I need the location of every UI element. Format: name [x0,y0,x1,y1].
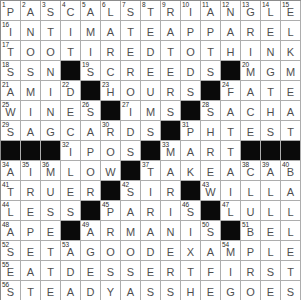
clue-number-30: 30 [102,121,109,128]
cell-r7c4[interactable]: C [61,121,81,141]
cell-letter: A [27,127,34,140]
cell-letter: H [207,127,215,140]
cell-r13c9[interactable]: E [161,241,181,261]
cell-r1c14[interactable]: 14L [261,1,281,21]
cell-r15c4[interactable]: A [61,281,81,300]
cell-r6c9[interactable]: S [161,101,181,121]
cell-letter: F [207,267,214,280]
cell-r2c10[interactable]: P [181,21,201,41]
cell-letter: O [246,287,255,300]
cell-r1c15[interactable]: 15E [281,1,301,21]
cell-r6c5[interactable]: 26S [81,101,101,121]
cell-r7c12[interactable]: T [221,121,241,141]
cell-r4c2[interactable]: S [21,61,41,81]
cell-letter: T [147,167,154,180]
cell-r11c15[interactable]: L [281,201,301,221]
cell-r3c10[interactable]: O [181,41,201,61]
cell-r13c10[interactable]: X [181,241,201,261]
cell-r14c13[interactable]: R [241,261,261,281]
cell-r4c7[interactable]: R [121,61,141,81]
cell-r12c15[interactable]: L [281,221,301,241]
cell-letter: S [267,127,274,140]
cell-r8c7[interactable]: S [121,141,141,161]
cell-r7c8[interactable]: S [141,121,161,141]
cell-r4c13[interactable]: 20M [241,61,261,81]
cell-r11c7[interactable]: A [121,201,141,221]
cell-r2c14[interactable]: E [261,21,281,41]
cell-r3c7[interactable]: E [121,41,141,61]
cell-r3c12[interactable]: H [221,41,241,61]
cell-letter: L [267,247,273,260]
cell-r9c2[interactable]: 35I [21,161,41,181]
cell-r10c11[interactable]: 43W [201,181,221,201]
cell-r4c14[interactable]: G [261,61,281,81]
cell-letter: S [127,267,134,280]
cell-letter: S [7,247,14,260]
cell-r1c7[interactable]: 7S [121,1,141,21]
cell-r11c4[interactable]: S [61,201,81,221]
cell-letter: I [189,227,192,240]
cell-r1c2[interactable]: 2A [21,1,41,21]
cell-r5c12[interactable]: 24F [221,81,241,101]
cell-letter: R [107,47,115,60]
cell-r9c3[interactable]: 36M [41,161,61,181]
cell-r14c14[interactable]: S [261,261,281,281]
cell-letter: G [86,247,95,260]
clue-number-9: 9 [162,1,166,8]
cell-r3c1[interactable]: 17T [1,41,21,61]
clue-number-45: 45 [102,201,109,208]
clue-number-28: 28 [202,101,209,108]
cell-r15c2[interactable]: T [21,281,41,300]
cell-r9c4[interactable]: L [61,161,81,181]
cell-r15c7[interactable]: A [121,281,141,300]
cell-r9c11[interactable]: E [201,161,221,181]
cell-r2c13[interactable]: R [241,21,261,41]
clue-number-51: 51 [242,221,249,228]
cell-r12c1[interactable]: 48A [1,221,21,241]
black-cell-r10c6 [101,181,121,201]
cell-letter: A [267,167,274,180]
cell-letter: I [49,87,52,100]
cell-r7c11[interactable]: H [201,121,221,141]
cell-r13c4[interactable]: 53A [61,241,81,261]
cell-r2c8[interactable]: E [141,21,161,41]
clue-number-41: 41 [2,181,9,188]
cell-r5c2[interactable]: M [21,81,41,101]
cell-letter: G [46,127,55,140]
cell-r12c10[interactable]: I [181,221,201,241]
cell-r14c2[interactable]: A [21,261,41,281]
cell-r6c14[interactable]: H [261,101,281,121]
cell-r5c13[interactable]: A [241,81,261,101]
cell-r12c11[interactable]: 50S [201,221,221,241]
cell-r5c8[interactable]: U [141,81,161,101]
cell-r15c9[interactable]: S [161,281,181,300]
cell-r3c8[interactable]: D [141,41,161,61]
cell-r10c4[interactable]: E [61,181,81,201]
cell-r12c14[interactable]: E [261,221,281,241]
cell-r15c12[interactable]: G [221,281,241,300]
cell-letter: N [27,27,35,40]
cell-letter: T [47,27,54,40]
cell-letter: E [67,107,74,120]
cell-letter: O [26,47,35,60]
cell-r1c1[interactable]: 1P [1,1,21,21]
cell-r14c3[interactable]: T [41,261,61,281]
cell-r9c15[interactable]: 40B [281,161,301,181]
cell-r4c5[interactable]: 19S [81,61,101,81]
cell-r5c4[interactable]: 22D [61,81,81,101]
cell-r4c6[interactable]: C [101,61,121,81]
clue-number-18: 18 [2,61,9,68]
cell-r7c3[interactable]: G [41,121,61,141]
cell-r7c2[interactable]: A [21,121,41,141]
cell-r13c13[interactable]: P [241,241,261,261]
cell-r4c3[interactable]: N [41,61,61,81]
clue-number-54: 54 [222,241,229,248]
cell-r6c11[interactable]: 28S [201,101,221,121]
cell-r6c3[interactable]: N [41,101,61,121]
cell-r1c8[interactable]: 8T [141,1,161,21]
black-cell-r8c2 [21,141,41,161]
cell-r11c12[interactable]: 47L [221,201,241,221]
clue-number-34: 34 [2,161,9,168]
cell-r7c7[interactable]: D [121,121,141,141]
cell-r1c12[interactable]: 12N [221,1,241,21]
cell-r10c5[interactable]: R [81,181,101,201]
cell-r3c9[interactable]: T [161,41,181,61]
cell-r15c1[interactable]: 56S [1,281,21,300]
clue-number-33: 33 [162,141,169,148]
cell-letter: S [47,7,54,20]
cell-r3c3[interactable]: O [41,41,61,61]
cell-r10c9[interactable]: R [161,181,181,201]
cell-r1c11[interactable]: 11A [201,1,221,21]
cell-r11c9[interactable]: I [161,201,181,221]
black-cell-r11c5 [81,201,101,221]
cell-letter: L [287,227,293,240]
cell-r14c1[interactable]: 55E [1,261,21,281]
cell-letter: W [205,187,215,200]
cell-letter: C [67,7,75,20]
cell-r9c5[interactable]: O [81,161,101,181]
cell-r12c9[interactable]: N [161,221,181,241]
cell-r14c15[interactable]: T [281,261,301,281]
cell-letter: S [87,67,94,80]
clue-number-6: 6 [102,1,106,8]
cell-r4c8[interactable]: E [141,61,161,81]
black-cell-r5c5 [81,81,101,101]
cell-letter: P [7,7,14,20]
cell-r3c11[interactable]: T [201,41,221,61]
clue-number-20: 20 [242,61,249,68]
cell-r1c3[interactable]: 3S [41,1,61,21]
cell-letter: H [187,287,195,300]
cell-letter: E [7,267,14,280]
cell-letter: E [267,287,274,300]
cell-r14c9[interactable]: R [161,261,181,281]
cell-r1c4[interactable]: 4C [61,1,81,21]
cell-r6c8[interactable]: M [141,101,161,121]
clue-number-13: 13 [242,1,249,8]
cell-letter: L [287,207,293,220]
cell-letter: S [207,67,214,80]
cell-r12c7[interactable]: M [121,221,141,241]
cell-r10c2[interactable]: R [21,181,41,201]
black-cell-r7c9 [161,121,181,141]
cell-letter: E [87,267,94,280]
cell-r3c5[interactable]: I [81,41,101,61]
cell-r7c14[interactable]: S [261,121,281,141]
cell-r4c1[interactable]: 18S [1,61,21,81]
cell-letter: K [287,47,294,60]
cell-r10c13[interactable]: L [241,181,261,201]
cell-r14c11[interactable]: F [201,261,221,281]
cell-r13c7[interactable]: O [121,241,141,261]
cell-r15c14[interactable]: E [261,281,281,300]
cell-letter: Y [107,287,114,300]
cell-r2c11[interactable]: P [201,21,221,41]
cell-letter: H [267,107,275,120]
cell-r3c4[interactable]: T [61,41,81,61]
cell-r12c13[interactable]: 51B [241,221,261,241]
cell-letter: O [106,247,115,260]
cell-r9c8[interactable]: 37T [141,161,161,181]
cell-r10c15[interactable]: A [281,181,301,201]
cell-letter: P [187,27,194,40]
cell-r1c13[interactable]: 13G [241,1,261,21]
cell-r4c15[interactable]: M [281,61,301,81]
cell-letter: E [287,87,294,100]
cell-letter: I [169,207,172,220]
cell-letter: O [126,247,135,260]
cell-r11c1[interactable]: 44L [1,201,21,221]
cell-letter: T [47,247,54,260]
cell-letter: S [7,67,14,80]
cell-r9c12[interactable]: A [221,161,241,181]
cell-r12c5[interactable]: 49A [81,221,101,241]
cell-r9c1[interactable]: 34A [1,161,21,181]
cell-letter: A [7,87,14,100]
cell-r14c8[interactable]: E [141,261,161,281]
cell-r11c3[interactable]: S [41,201,61,221]
cell-r1c9[interactable]: 9R [161,1,181,21]
cell-letter: U [147,87,155,100]
cell-letter: I [229,187,232,200]
cell-letter: E [27,207,34,220]
cell-r3c2[interactable]: O [21,41,41,61]
cell-letter: S [267,267,274,280]
cell-r2c5[interactable]: M [81,21,101,41]
cell-r5c9[interactable]: R [161,81,181,101]
cell-r14c5[interactable]: E [81,261,101,281]
cell-r15c13[interactable]: O [241,281,261,300]
cell-r4c10[interactable]: D [181,61,201,81]
cell-letter: M [126,227,135,240]
cell-r13c8[interactable]: D [141,241,161,261]
cell-r13c15[interactable]: E [281,241,301,261]
cell-r8c5[interactable]: P [81,141,101,161]
cell-letter: O [126,87,135,100]
cell-r9c13[interactable]: 38C [241,161,261,181]
cell-r7c5[interactable]: A [81,121,101,141]
cell-letter: T [227,127,234,140]
cell-r13c12[interactable]: 54M [221,241,241,261]
cell-r11c14[interactable]: L [261,201,281,221]
cell-r8c4[interactable]: 32I [61,141,81,161]
clue-number-12: 12 [222,1,229,8]
cell-r14c6[interactable]: S [101,261,121,281]
clue-number-56: 56 [2,281,9,288]
cell-r12c2[interactable]: P [21,221,41,241]
cell-letter: R [247,27,255,40]
cell-r6c13[interactable]: C [241,101,261,121]
cell-r11c8[interactable]: R [141,201,161,221]
clue-number-53: 53 [62,241,69,248]
cell-r1c6[interactable]: 6L [101,1,121,21]
cell-r8c12[interactable]: T [221,141,241,161]
cell-r7c6[interactable]: 30R [101,121,121,141]
cell-r7c1[interactable]: 29S [1,121,21,141]
cell-r7c13[interactable]: E [241,121,261,141]
cell-r2c1[interactable]: 16I [1,21,21,41]
cell-r11c2[interactable]: E [21,201,41,221]
cell-r12c6[interactable]: R [101,221,121,241]
cell-r13c5[interactable]: G [81,241,101,261]
clue-number-55: 55 [2,261,9,268]
cell-r2c4[interactable]: I [61,21,81,41]
cell-r12c3[interactable]: E [41,221,61,241]
cell-r8c10[interactable]: A [181,141,201,161]
cell-r5c10[interactable]: S [181,81,201,101]
cell-letter: S [127,147,134,160]
cell-r5c15[interactable]: E [281,81,301,101]
cell-letter: S [187,87,194,100]
cell-r3c14[interactable]: N [261,41,281,61]
cell-r9c9[interactable]: A [161,161,181,181]
clue-number-22: 22 [62,81,69,88]
cell-r11c13[interactable]: U [241,201,261,221]
cell-r13c11[interactable]: A [201,241,221,261]
clue-number-49: 49 [82,221,89,228]
cell-r14c10[interactable]: T [181,261,201,281]
clue-number-29: 29 [2,121,9,128]
clue-number-26: 26 [82,101,89,108]
cell-r3c13[interactable]: I [241,41,261,61]
cell-letter: T [27,287,34,300]
cell-r4c11[interactable]: S [201,61,221,81]
cell-r11c6[interactable]: 45P [101,201,121,221]
cell-r13c1[interactable]: 52S [1,241,21,261]
crossword-grid: 1P2A3S4C5A6L7S8T9R10I11A12N13G14L15E16IN… [0,0,301,300]
cell-r1c5[interactable]: 5A [81,1,101,21]
cell-r6c4[interactable]: E [61,101,81,121]
cell-r9c10[interactable]: K [181,161,201,181]
cell-letter: E [27,247,34,260]
cell-r15c6[interactable]: Y [101,281,121,300]
cell-r14c7[interactable]: S [121,261,141,281]
cell-r10c1[interactable]: 41T [1,181,21,201]
cell-letter: A [167,167,174,180]
cell-r6c15[interactable]: A [281,101,301,121]
cell-letter: E [287,7,294,20]
cell-r10c14[interactable]: L [261,181,281,201]
cell-r2c7[interactable]: T [121,21,141,41]
cell-r10c12[interactable]: I [221,181,241,201]
cell-r2c12[interactable]: A [221,21,241,41]
cell-letter: I [189,7,192,20]
cell-r13c6[interactable]: O [101,241,121,261]
cell-r7c15[interactable]: T [281,121,301,141]
cell-r2c6[interactable]: A [101,21,121,41]
cell-r14c12[interactable]: I [221,261,241,281]
cell-r5c1[interactable]: 21A [1,81,21,101]
cell-r7c10[interactable]: 31P [181,121,201,141]
cell-r4c9[interactable]: E [161,61,181,81]
cell-r14c4[interactable]: D [61,261,81,281]
cell-r2c9[interactable]: A [161,21,181,41]
cell-r15c5[interactable]: D [81,281,101,300]
cell-r15c3[interactable]: E [41,281,61,300]
cell-r13c3[interactable]: T [41,241,61,261]
cell-r13c2[interactable]: E [21,241,41,261]
cell-letter: I [89,47,92,60]
cell-letter: E [247,127,254,140]
clue-number-15: 15 [282,1,289,8]
cell-r10c8[interactable]: I [141,181,161,201]
cell-r10c7[interactable]: 42S [121,181,141,201]
cell-r6c1[interactable]: 25W [1,101,21,121]
cell-r5c6[interactable]: 23H [101,81,121,101]
cell-letter: S [87,107,94,120]
cell-r5c3[interactable]: I [41,81,61,101]
cell-r10c3[interactable]: U [41,181,61,201]
cell-r13c14[interactable]: L [261,241,281,261]
cell-r2c2[interactable]: N [21,21,41,41]
cell-r9c6[interactable]: W [101,161,121,181]
cell-r6c7[interactable]: 27I [121,101,141,121]
cell-r8c9[interactable]: 33M [161,141,181,161]
cell-r5c7[interactable]: O [121,81,141,101]
cell-letter: I [29,107,32,120]
cell-r8c11[interactable]: R [201,141,221,161]
cell-r6c2[interactable]: I [21,101,41,121]
cell-r6c12[interactable]: A [221,101,241,121]
cell-r12c8[interactable]: A [141,221,161,241]
cell-letter: P [247,247,254,260]
cell-r15c10[interactable]: H [181,281,201,300]
cell-r5c14[interactable]: T [261,81,281,101]
cell-r9c14[interactable]: 39A [261,161,281,181]
cell-r15c15[interactable]: S [281,281,301,300]
cell-r11c10[interactable]: 46S [181,201,201,221]
clue-number-40: 40 [282,161,289,168]
cell-r2c15[interactable]: L [281,21,301,41]
cell-r3c6[interactable]: R [101,41,121,61]
black-cell-r6c10 [181,101,201,121]
cell-letter: R [167,267,175,280]
clue-number-52: 52 [2,241,9,248]
cell-r1c10[interactable]: 10I [181,1,201,21]
cell-letter: O [186,47,195,60]
cell-r8c6[interactable]: O [101,141,121,161]
black-cell-r10c10 [181,181,201,201]
cell-r15c8[interactable]: S [141,281,161,300]
cell-r3c15[interactable]: K [281,41,301,61]
cell-r15c11[interactable]: E [201,281,221,300]
cell-r2c3[interactable]: T [41,21,61,41]
